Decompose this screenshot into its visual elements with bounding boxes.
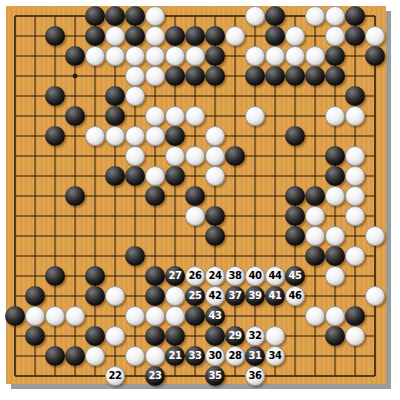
move-number-label: 35	[209, 371, 222, 381]
stone-black	[25, 326, 45, 346]
stone-black	[365, 46, 385, 66]
move-number-label: 45	[289, 271, 302, 281]
move-number-label: 31	[249, 351, 262, 361]
stone-white	[165, 146, 185, 166]
stone-black	[225, 146, 245, 166]
stone-white	[185, 146, 205, 166]
stone-black	[325, 146, 345, 166]
move-number-label: 25	[189, 291, 202, 301]
stone-white	[145, 46, 165, 66]
move-number-label: 23	[149, 371, 162, 381]
stone-black	[185, 26, 205, 46]
stone-black: 21	[165, 346, 185, 366]
stone-white	[45, 306, 65, 326]
move-number-label: 26	[189, 271, 202, 281]
stone-white	[325, 306, 345, 326]
stone-black	[45, 86, 65, 106]
stone-white	[165, 306, 185, 326]
stone-black	[205, 326, 225, 346]
stone-white	[205, 166, 225, 186]
stone-black	[5, 306, 25, 326]
stone-black	[65, 106, 85, 126]
go-board[interactable]: 2726243840444525423739414643293221333028…	[6, 6, 386, 384]
stone-black	[265, 66, 285, 86]
stone-white	[325, 6, 345, 26]
stone-black: 31	[245, 346, 265, 366]
stone-black	[305, 186, 325, 206]
stone-white: 30	[205, 346, 225, 366]
move-number-label: 39	[249, 291, 262, 301]
stone-black	[285, 206, 305, 226]
stone-black	[185, 66, 205, 86]
stone-black	[325, 46, 345, 66]
stone-white	[125, 126, 145, 146]
stone-black: 23	[145, 366, 165, 386]
stone-black	[205, 26, 225, 46]
stone-white	[105, 26, 125, 46]
stone-black	[45, 266, 65, 286]
stone-white	[325, 106, 345, 126]
stone-black	[305, 66, 325, 86]
stone-white	[305, 6, 325, 26]
stone-white	[145, 306, 165, 326]
stone-black	[325, 246, 345, 266]
stone-white: 28	[225, 346, 245, 366]
stone-white	[205, 126, 225, 146]
stone-white	[25, 306, 45, 326]
move-number-label: 34	[269, 351, 282, 361]
stone-black	[85, 266, 105, 286]
stone-white	[265, 46, 285, 66]
stone-white	[325, 266, 345, 286]
stone-white	[105, 326, 125, 346]
stone-white	[85, 346, 105, 366]
stone-white	[125, 306, 145, 326]
stone-black: 33	[185, 346, 205, 366]
move-number-label: 41	[269, 291, 282, 301]
stone-white	[85, 46, 105, 66]
stone-white	[125, 46, 145, 66]
move-number-label: 33	[189, 351, 202, 361]
stone-white	[265, 326, 285, 346]
move-number-label: 43	[209, 311, 222, 321]
stone-black	[105, 106, 125, 126]
stone-black	[185, 306, 205, 326]
stone-black	[345, 6, 365, 26]
stone-black	[65, 46, 85, 66]
move-number-label: 28	[229, 351, 242, 361]
stone-black	[345, 306, 365, 326]
stone-black	[145, 326, 165, 346]
stone-black: 35	[205, 366, 225, 386]
stone-black	[45, 26, 65, 46]
stone-white	[285, 46, 305, 66]
stone-black	[25, 286, 45, 306]
stone-black	[145, 286, 165, 306]
stone-white	[305, 306, 325, 326]
stone-white	[345, 146, 365, 166]
stone-white	[345, 206, 365, 226]
stone-black	[205, 226, 225, 246]
move-number-label: 46	[289, 291, 302, 301]
stone-black	[65, 186, 85, 206]
stone-white	[65, 306, 85, 326]
stone-white	[105, 126, 125, 146]
move-number-label: 24	[209, 271, 222, 281]
stone-black	[125, 246, 145, 266]
stone-black	[325, 326, 345, 346]
stone-black	[285, 226, 305, 246]
stone-white	[365, 286, 385, 306]
move-number-label: 32	[249, 331, 262, 341]
stone-white	[345, 186, 365, 206]
stone-black	[265, 6, 285, 26]
stone-black	[325, 166, 345, 186]
stone-white	[145, 106, 165, 126]
stone-white	[125, 66, 145, 86]
stone-white	[305, 46, 325, 66]
stone-black	[345, 86, 365, 106]
stone-black	[165, 126, 185, 146]
stone-white	[145, 6, 165, 26]
stone-white: 24	[205, 266, 225, 286]
move-number-label: 40	[249, 271, 262, 281]
stone-black: 27	[165, 266, 185, 286]
move-number-label: 27	[169, 271, 182, 281]
stone-white	[125, 346, 145, 366]
stone-white	[285, 26, 305, 46]
stone-white	[125, 86, 145, 106]
stone-black	[165, 166, 185, 186]
stone-black: 25	[185, 286, 205, 306]
stone-white: 40	[245, 266, 265, 286]
stone-black	[105, 86, 125, 106]
move-number-label: 44	[269, 271, 282, 281]
move-number-label: 29	[229, 331, 242, 341]
stone-white: 42	[205, 286, 225, 306]
stone-white	[325, 186, 345, 206]
stone-white	[125, 146, 145, 166]
stone-black	[125, 6, 145, 26]
stone-black	[265, 26, 285, 46]
stone-white	[185, 106, 205, 126]
stone-black: 43	[205, 306, 225, 326]
stone-white: 46	[285, 286, 305, 306]
stone-black: 45	[285, 266, 305, 286]
move-number-label: 36	[249, 371, 262, 381]
move-number-label: 21	[169, 351, 182, 361]
go-game-screenshot: { "game": "go", "board": { "size": 19, "…	[0, 0, 400, 400]
stone-black: 39	[245, 286, 265, 306]
stone-white	[145, 126, 165, 146]
stone-white	[225, 26, 245, 46]
stone-black	[285, 126, 305, 146]
stone-black	[205, 206, 225, 226]
stone-white	[105, 286, 125, 306]
stone-white: 44	[265, 266, 285, 286]
stone-white: 26	[185, 266, 205, 286]
stone-white	[365, 226, 385, 246]
stone-white	[345, 246, 365, 266]
stone-black	[125, 166, 145, 186]
stone-black	[85, 286, 105, 306]
stone-white	[325, 226, 345, 246]
stone-black	[165, 66, 185, 86]
move-number-label: 42	[209, 291, 222, 301]
stone-black	[205, 46, 225, 66]
stone-black	[285, 186, 305, 206]
stone-black: 41	[265, 286, 285, 306]
stone-black	[85, 26, 105, 46]
stone-black	[345, 26, 365, 46]
stone-black	[85, 326, 105, 346]
stone-white	[245, 106, 265, 126]
stone-white	[85, 126, 105, 146]
stone-white	[105, 46, 125, 66]
stone-white	[245, 46, 265, 66]
stone-black	[65, 346, 85, 366]
stone-black	[325, 66, 345, 86]
stone-black: 29	[225, 326, 245, 346]
stone-black	[285, 66, 305, 86]
stone-white	[325, 26, 345, 46]
stone-white	[345, 326, 365, 346]
stone-white	[185, 46, 205, 66]
stone-white	[205, 146, 225, 166]
stone-white: 36	[245, 366, 265, 386]
stone-black	[165, 326, 185, 346]
stone-white	[245, 6, 265, 26]
stone-white	[305, 226, 325, 246]
stone-black	[105, 166, 125, 186]
move-number-label: 30	[209, 351, 222, 361]
stone-black	[305, 246, 325, 266]
stone-black	[145, 266, 165, 286]
stone-black	[125, 26, 145, 46]
stone-white	[165, 106, 185, 126]
stone-white	[345, 166, 365, 186]
stone-white	[165, 286, 185, 306]
stone-white	[145, 26, 165, 46]
stone-black	[85, 6, 105, 26]
stone-white	[345, 106, 365, 126]
stone-white	[305, 206, 325, 226]
stone-white	[365, 26, 385, 46]
stone-white	[145, 66, 165, 86]
stone-white: 34	[265, 346, 285, 366]
stone-black: 37	[225, 286, 245, 306]
stone-white: 38	[225, 266, 245, 286]
stone-black	[245, 66, 265, 86]
stone-white	[145, 346, 165, 366]
stone-white	[165, 46, 185, 66]
stone-black	[45, 126, 65, 146]
stone-white: 32	[245, 326, 265, 346]
stone-black	[165, 26, 185, 46]
stone-white	[185, 206, 205, 226]
move-number-label: 22	[109, 371, 122, 381]
stone-black	[185, 186, 205, 206]
stone-white	[145, 166, 165, 186]
hoshi-point	[73, 74, 78, 79]
stone-black	[105, 6, 125, 26]
stone-black	[145, 186, 165, 206]
stone-black	[45, 346, 65, 366]
move-number-label: 37	[229, 291, 242, 301]
stone-black	[205, 66, 225, 86]
move-number-label: 38	[229, 271, 242, 281]
stone-white: 22	[105, 366, 125, 386]
